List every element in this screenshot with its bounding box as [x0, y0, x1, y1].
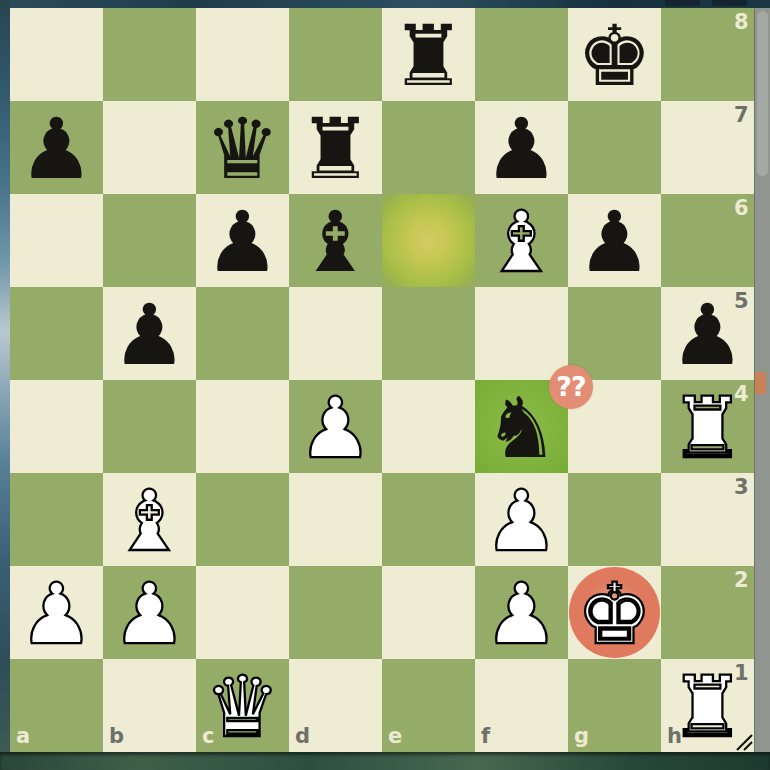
white-king[interactable]: ♚: [568, 566, 661, 659]
square-a5[interactable]: [10, 287, 103, 380]
browser-tab-remnant[interactable]: [712, 0, 747, 6]
square-c4[interactable]: [196, 380, 289, 473]
square-g8[interactable]: ♚: [568, 8, 661, 101]
black-pawn[interactable]: ♟: [196, 194, 289, 287]
black-king[interactable]: ♚: [568, 8, 661, 101]
square-d6[interactable]: ♝: [289, 194, 382, 287]
square-f8[interactable]: [475, 8, 568, 101]
square-g7[interactable]: [568, 101, 661, 194]
white-bishop[interactable]: ♝: [103, 473, 196, 566]
chess-board: ?? ♜♚♟♛♜♟♟♝♝♟♟♟♟♞♜♝♟♟♟♟♚♛♜abcdefgh876543…: [10, 8, 754, 752]
square-h8[interactable]: [661, 8, 754, 101]
square-d3[interactable]: [289, 473, 382, 566]
square-f7[interactable]: ♟: [475, 101, 568, 194]
square-f3[interactable]: ♟: [475, 473, 568, 566]
blunder-badge: ??: [549, 365, 593, 409]
square-h2[interactable]: [661, 566, 754, 659]
square-d2[interactable]: [289, 566, 382, 659]
square-b2[interactable]: ♟: [103, 566, 196, 659]
square-e5[interactable]: [382, 287, 475, 380]
square-e3[interactable]: [382, 473, 475, 566]
square-f1[interactable]: [475, 659, 568, 752]
square-f6[interactable]: ♝: [475, 194, 568, 287]
square-b1[interactable]: [103, 659, 196, 752]
black-pawn[interactable]: ♟: [103, 287, 196, 380]
scrollbar-marker: [755, 372, 766, 394]
square-d8[interactable]: [289, 8, 382, 101]
square-e6[interactable]: [382, 194, 475, 287]
blunder-badge-text: ??: [556, 371, 585, 402]
square-a1[interactable]: [10, 659, 103, 752]
square-e1[interactable]: [382, 659, 475, 752]
white-pawn[interactable]: ♟: [10, 566, 103, 659]
white-rook[interactable]: ♜: [661, 380, 754, 473]
square-h3[interactable]: [661, 473, 754, 566]
square-g3[interactable]: [568, 473, 661, 566]
square-b4[interactable]: [103, 380, 196, 473]
square-d5[interactable]: [289, 287, 382, 380]
white-pawn[interactable]: ♟: [289, 380, 382, 473]
square-d4[interactable]: ♟: [289, 380, 382, 473]
square-e2[interactable]: [382, 566, 475, 659]
square-h5[interactable]: ♟: [661, 287, 754, 380]
square-f5[interactable]: [475, 287, 568, 380]
square-c2[interactable]: [196, 566, 289, 659]
square-a6[interactable]: [10, 194, 103, 287]
square-b8[interactable]: [103, 8, 196, 101]
white-pawn[interactable]: ♟: [475, 473, 568, 566]
square-c7[interactable]: ♛: [196, 101, 289, 194]
wallpaper-bottom-strip: [0, 752, 770, 770]
square-d7[interactable]: ♜: [289, 101, 382, 194]
square-b6[interactable]: [103, 194, 196, 287]
square-e4[interactable]: [382, 380, 475, 473]
black-rook[interactable]: ♜: [382, 8, 475, 101]
square-g5[interactable]: [568, 287, 661, 380]
black-pawn[interactable]: ♟: [10, 101, 103, 194]
square-a3[interactable]: [10, 473, 103, 566]
black-pawn[interactable]: ♟: [661, 287, 754, 380]
black-rook[interactable]: ♜: [289, 101, 382, 194]
black-queen[interactable]: ♛: [196, 101, 289, 194]
wallpaper-top-strip: [0, 0, 770, 8]
black-pawn[interactable]: ♟: [568, 194, 661, 287]
black-pawn[interactable]: ♟: [475, 101, 568, 194]
square-g2[interactable]: ♚: [568, 566, 661, 659]
white-queen[interactable]: ♛: [196, 659, 289, 752]
square-a8[interactable]: [10, 8, 103, 101]
square-c6[interactable]: ♟: [196, 194, 289, 287]
square-c1[interactable]: ♛: [196, 659, 289, 752]
square-e7[interactable]: [382, 101, 475, 194]
square-c8[interactable]: [196, 8, 289, 101]
square-b3[interactable]: ♝: [103, 473, 196, 566]
square-a7[interactable]: ♟: [10, 101, 103, 194]
wallpaper-left-strip: [0, 0, 10, 752]
black-bishop[interactable]: ♝: [289, 194, 382, 287]
square-a2[interactable]: ♟: [10, 566, 103, 659]
square-h6[interactable]: [661, 194, 754, 287]
browser-tab-remnant[interactable]: [665, 0, 700, 6]
white-pawn[interactable]: ♟: [103, 566, 196, 659]
square-c3[interactable]: [196, 473, 289, 566]
scrollbar-thumb[interactable]: [757, 11, 768, 176]
square-h4[interactable]: ♜: [661, 380, 754, 473]
square-b5[interactable]: ♟: [103, 287, 196, 380]
square-b7[interactable]: [103, 101, 196, 194]
square-h7[interactable]: [661, 101, 754, 194]
scrollbar[interactable]: [754, 8, 770, 752]
square-d1[interactable]: [289, 659, 382, 752]
white-pawn[interactable]: ♟: [475, 566, 568, 659]
resize-handle-icon[interactable]: [733, 731, 753, 751]
square-g1[interactable]: [568, 659, 661, 752]
square-c5[interactable]: [196, 287, 289, 380]
square-e8[interactable]: ♜: [382, 8, 475, 101]
square-a4[interactable]: [10, 380, 103, 473]
white-bishop[interactable]: ♝: [475, 194, 568, 287]
square-f2[interactable]: ♟: [475, 566, 568, 659]
square-g6[interactable]: ♟: [568, 194, 661, 287]
